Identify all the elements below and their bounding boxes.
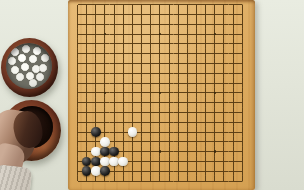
board-intersection	[164, 108, 173, 118]
board-intersection	[174, 147, 183, 157]
board-intersection	[219, 39, 228, 49]
board-intersection	[174, 166, 183, 176]
board-intersection	[238, 137, 247, 147]
board-intersection	[229, 68, 238, 78]
board-intersection	[174, 59, 183, 69]
board-intersection	[146, 147, 155, 157]
board-intersection	[91, 59, 100, 69]
board-grid	[73, 0, 247, 186]
board-intersection	[229, 59, 238, 69]
board-intersection	[183, 29, 192, 39]
board-intersection	[164, 0, 173, 10]
board-intersection	[201, 127, 210, 137]
board-intersection	[110, 108, 119, 118]
board-intersection	[91, 137, 100, 147]
board-intersection	[201, 98, 210, 108]
board-intersection	[210, 166, 219, 176]
board-intersection	[164, 98, 173, 108]
board-intersection	[201, 10, 210, 20]
board-intersection	[238, 98, 247, 108]
board-intersection	[100, 98, 109, 108]
board-intersection	[238, 147, 247, 157]
board-intersection	[128, 88, 137, 98]
board-intersection	[174, 19, 183, 29]
board-intersection	[174, 176, 183, 186]
board-intersection	[183, 176, 192, 186]
white-stone-G6	[128, 127, 138, 137]
board-intersection	[73, 29, 82, 39]
white-stone-D5	[100, 137, 110, 147]
board-intersection	[146, 29, 155, 39]
board-intersection	[155, 39, 164, 49]
board-intersection	[119, 166, 128, 176]
board-intersection	[201, 78, 210, 88]
scene	[0, 0, 304, 190]
board-intersection	[164, 39, 173, 49]
board-intersection	[100, 0, 109, 10]
board-intersection	[110, 39, 119, 49]
board-intersection	[137, 98, 146, 108]
board-intersection	[100, 78, 109, 88]
board-intersection	[229, 137, 238, 147]
board-intersection	[164, 78, 173, 88]
board-intersection	[146, 166, 155, 176]
board-intersection	[192, 10, 201, 20]
board-intersection	[229, 78, 238, 88]
board-intersection	[164, 176, 173, 186]
board-intersection	[137, 88, 146, 98]
board-intersection	[82, 78, 91, 88]
star-point	[214, 150, 217, 153]
board-intersection	[100, 49, 109, 59]
board-intersection	[192, 166, 201, 176]
board-intersection	[155, 127, 164, 137]
board-intersection	[174, 108, 183, 118]
board-intersection	[201, 157, 210, 167]
board-intersection	[183, 78, 192, 88]
board-intersection	[119, 68, 128, 78]
board-intersection	[164, 157, 173, 167]
board-intersection	[219, 0, 228, 10]
board-intersection	[229, 88, 238, 98]
board-intersection	[210, 78, 219, 88]
board-intersection	[229, 157, 238, 167]
board-intersection	[183, 68, 192, 78]
board-intersection	[110, 19, 119, 29]
board-intersection	[238, 88, 247, 98]
board-intersection	[238, 49, 247, 59]
board-intersection	[201, 68, 210, 78]
board-intersection	[91, 176, 100, 186]
board-intersection	[137, 29, 146, 39]
board-intersection	[128, 29, 137, 39]
board-intersection	[128, 39, 137, 49]
board-intersection	[73, 117, 82, 127]
star-point	[159, 150, 162, 153]
board-intersection	[119, 39, 128, 49]
board-intersection	[73, 39, 82, 49]
board-intersection	[201, 88, 210, 98]
board-intersection	[164, 88, 173, 98]
board-intersection	[155, 0, 164, 10]
white-stone-C2	[91, 166, 101, 176]
board-intersection	[155, 117, 164, 127]
board-intersection	[164, 68, 173, 78]
board-intersection	[192, 29, 201, 39]
board-intersection	[137, 176, 146, 186]
board-intersection	[183, 108, 192, 118]
board-intersection	[110, 137, 119, 147]
board-intersection	[192, 98, 201, 108]
board-intersection	[155, 78, 164, 88]
board-intersection	[229, 108, 238, 118]
board-intersection	[73, 127, 82, 137]
board-intersection	[210, 98, 219, 108]
board-intersection	[164, 59, 173, 69]
board-intersection	[201, 117, 210, 127]
board-intersection	[183, 157, 192, 167]
board-intersection	[137, 147, 146, 157]
board-intersection	[164, 166, 173, 176]
board-intersection	[155, 68, 164, 78]
board-intersection	[219, 29, 228, 39]
board-intersection	[128, 108, 137, 118]
board-intersection	[137, 78, 146, 88]
board-intersection	[146, 127, 155, 137]
board-intersection	[119, 147, 128, 157]
board-intersection	[128, 78, 137, 88]
board-intersection	[155, 98, 164, 108]
black-stone-D4	[100, 147, 110, 157]
board-intersection	[137, 39, 146, 49]
board-intersection	[82, 108, 91, 118]
board-intersection	[201, 108, 210, 118]
board-intersection	[110, 176, 119, 186]
board-intersection	[73, 49, 82, 59]
board-intersection	[91, 29, 100, 39]
board-intersection	[201, 39, 210, 49]
board-intersection	[100, 117, 109, 127]
board-intersection	[73, 147, 82, 157]
board-intersection	[183, 59, 192, 69]
board-intersection	[164, 49, 173, 59]
board-intersection	[137, 117, 146, 127]
board-intersection	[73, 166, 82, 176]
board-intersection	[119, 78, 128, 88]
board-intersection	[137, 49, 146, 59]
board-intersection	[128, 0, 137, 10]
board-intersection	[183, 147, 192, 157]
board-intersection	[192, 176, 201, 186]
board-intersection	[192, 117, 201, 127]
board-intersection	[238, 127, 247, 137]
board-intersection	[128, 176, 137, 186]
white-stone-C4	[91, 147, 101, 157]
board-intersection	[219, 176, 228, 186]
go-board	[68, 0, 255, 190]
board-intersection	[174, 127, 183, 137]
board-intersection	[210, 127, 219, 137]
board-intersection	[119, 127, 128, 137]
board-intersection	[155, 49, 164, 59]
board-intersection	[146, 98, 155, 108]
board-intersection	[82, 68, 91, 78]
board-intersection	[82, 127, 91, 137]
board-intersection	[229, 117, 238, 127]
board-intersection	[219, 19, 228, 29]
white-stone-bowl	[1, 38, 58, 97]
board-intersection	[91, 117, 100, 127]
board-intersection	[210, 117, 219, 127]
board-intersection	[91, 68, 100, 78]
board-intersection	[155, 137, 164, 147]
board-intersection	[174, 98, 183, 108]
board-intersection	[174, 39, 183, 49]
board-intersection	[137, 68, 146, 78]
board-intersection	[155, 108, 164, 118]
board-intersection	[119, 98, 128, 108]
board-intersection	[219, 108, 228, 118]
board-intersection	[110, 0, 119, 10]
board-intersection	[192, 137, 201, 147]
board-intersection	[137, 137, 146, 147]
board-intersection	[229, 127, 238, 137]
board-intersection	[128, 19, 137, 29]
board-intersection	[164, 137, 173, 147]
board-intersection	[183, 19, 192, 29]
board-intersection	[73, 176, 82, 186]
board-intersection	[219, 68, 228, 78]
board-intersection	[238, 108, 247, 118]
board-intersection	[155, 157, 164, 167]
board-intersection	[164, 29, 173, 39]
board-intersection	[119, 117, 128, 127]
board-intersection	[73, 137, 82, 147]
board-intersection	[238, 39, 247, 49]
board-intersection	[73, 98, 82, 108]
board-intersection	[100, 176, 109, 186]
board-intersection	[155, 176, 164, 186]
board-intersection	[174, 117, 183, 127]
board-intersection	[73, 88, 82, 98]
board-intersection	[110, 117, 119, 127]
board-intersection	[229, 29, 238, 39]
board-intersection	[119, 59, 128, 69]
board-intersection	[238, 59, 247, 69]
board-intersection	[219, 10, 228, 20]
board-intersection	[146, 39, 155, 49]
board-intersection	[100, 127, 109, 137]
board-intersection	[146, 0, 155, 10]
board-intersection	[137, 127, 146, 137]
board-intersection	[128, 98, 137, 108]
board-intersection	[201, 176, 210, 186]
board-intersection	[183, 98, 192, 108]
board-intersection	[210, 68, 219, 78]
board-intersection	[91, 39, 100, 49]
board-intersection	[119, 88, 128, 98]
board-intersection	[174, 137, 183, 147]
board-intersection	[229, 39, 238, 49]
board-intersection	[229, 166, 238, 176]
board-intersection	[119, 10, 128, 20]
board-intersection	[82, 98, 91, 108]
board-intersection	[238, 19, 247, 29]
board-intersection	[146, 49, 155, 59]
board-intersection	[210, 157, 219, 167]
board-intersection	[155, 19, 164, 29]
board-intersection	[210, 39, 219, 49]
board-intersection	[137, 157, 146, 167]
board-intersection	[219, 127, 228, 137]
board-intersection	[128, 10, 137, 20]
board-intersection	[146, 88, 155, 98]
board-intersection	[229, 0, 238, 10]
board-intersection	[73, 68, 82, 78]
board-intersection	[119, 108, 128, 118]
board-intersection	[82, 39, 91, 49]
board-intersection	[183, 10, 192, 20]
board-intersection	[229, 176, 238, 186]
white-stones-in-bowl	[6, 43, 52, 89]
board-intersection	[82, 147, 91, 157]
board-intersection	[82, 59, 91, 69]
board-intersection	[210, 108, 219, 118]
board-intersection	[201, 147, 210, 157]
board-intersection	[91, 98, 100, 108]
board-intersection	[201, 19, 210, 29]
board-intersection	[174, 0, 183, 10]
board-intersection	[137, 166, 146, 176]
board-intersection	[192, 127, 201, 137]
board-intersection	[174, 49, 183, 59]
board-intersection	[155, 59, 164, 69]
board-intersection	[137, 108, 146, 118]
board-intersection	[174, 68, 183, 78]
board-intersection	[174, 78, 183, 88]
board-intersection	[128, 59, 137, 69]
board-intersection	[183, 0, 192, 10]
board-intersection	[146, 108, 155, 118]
board-intersection	[219, 147, 228, 157]
board-intersection	[146, 137, 155, 147]
board-intersection	[219, 157, 228, 167]
board-intersection	[210, 176, 219, 186]
board-intersection	[128, 147, 137, 157]
board-intersection	[219, 78, 228, 88]
board-intersection	[210, 137, 219, 147]
board-intersection	[110, 29, 119, 39]
board-intersection	[183, 39, 192, 49]
board-intersection	[82, 19, 91, 29]
board-intersection	[192, 108, 201, 118]
board-intersection	[201, 166, 210, 176]
board-intersection	[229, 19, 238, 29]
board-intersection	[155, 10, 164, 20]
board-intersection	[100, 39, 109, 49]
board-intersection	[128, 157, 137, 167]
board-intersection	[219, 49, 228, 59]
board-intersection	[210, 19, 219, 29]
board-intersection	[73, 10, 82, 20]
board-intersection	[110, 10, 119, 20]
board-intersection	[238, 68, 247, 78]
board-intersection	[100, 10, 109, 20]
board-intersection	[119, 137, 128, 147]
board-intersection	[238, 78, 247, 88]
board-intersection	[210, 10, 219, 20]
board-intersection	[238, 176, 247, 186]
board-intersection	[164, 19, 173, 29]
board-intersection	[73, 19, 82, 29]
board-intersection	[174, 88, 183, 98]
board-intersection	[183, 127, 192, 137]
board-intersection	[82, 49, 91, 59]
board-intersection	[128, 49, 137, 59]
board-intersection	[137, 19, 146, 29]
board-intersection	[110, 49, 119, 59]
board-intersection	[110, 98, 119, 108]
board-intersection	[219, 59, 228, 69]
board-intersection	[146, 68, 155, 78]
board-intersection	[73, 108, 82, 118]
board-intersection	[238, 29, 247, 39]
black-stone-C3	[91, 157, 101, 167]
board-intersection	[183, 49, 192, 59]
board-intersection	[91, 0, 100, 10]
board-intersection	[238, 10, 247, 20]
board-intersection	[100, 59, 109, 69]
board-intersection	[164, 10, 173, 20]
board-intersection	[100, 68, 109, 78]
board-intersection	[146, 78, 155, 88]
board-intersection	[229, 147, 238, 157]
board-intersection	[128, 117, 137, 127]
board-intersection	[128, 137, 137, 147]
board-intersection	[137, 0, 146, 10]
board-intersection	[73, 0, 82, 10]
board-intersection	[119, 19, 128, 29]
board-intersection	[82, 0, 91, 10]
board-intersection	[229, 10, 238, 20]
sweater-cuff	[0, 164, 32, 190]
board-intersection	[91, 19, 100, 29]
board-intersection	[164, 147, 173, 157]
board-intersection	[164, 117, 173, 127]
white-stone-D3	[100, 157, 110, 167]
board-intersection	[201, 49, 210, 59]
black-stone-D2	[100, 166, 110, 176]
board-intersection	[100, 19, 109, 29]
board-intersection	[91, 108, 100, 118]
board-intersection	[164, 127, 173, 137]
board-intersection	[82, 117, 91, 127]
board-intersection	[210, 59, 219, 69]
board-intersection	[91, 10, 100, 20]
board-intersection	[183, 117, 192, 127]
board-intersection	[192, 59, 201, 69]
white-stone-E3	[109, 157, 119, 167]
board-intersection	[119, 49, 128, 59]
board-intersection	[82, 137, 91, 147]
board-intersection	[110, 166, 119, 176]
board-intersection	[183, 137, 192, 147]
board-intersection	[192, 147, 201, 157]
board-intersection	[192, 39, 201, 49]
board-intersection	[201, 0, 210, 10]
board-intersection	[219, 98, 228, 108]
board-intersection	[91, 78, 100, 88]
